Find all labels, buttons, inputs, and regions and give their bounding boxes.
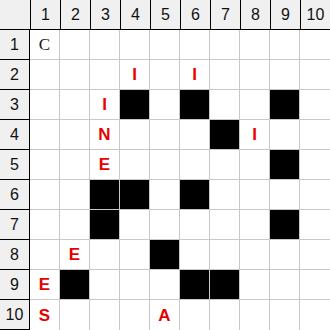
cell-r9c5[interactable] — [150, 270, 180, 300]
cell-r3c6 — [180, 90, 210, 120]
cell-r6c3 — [90, 180, 120, 210]
cell-r10c7[interactable] — [210, 300, 240, 330]
col-header-8: 8 — [240, 0, 270, 30]
cell-r7c2[interactable] — [60, 210, 90, 240]
cell-r5c9 — [270, 150, 300, 180]
cell-r2c5[interactable] — [150, 60, 180, 90]
cell-letter: A — [158, 307, 170, 324]
cell-r9c4[interactable] — [120, 270, 150, 300]
cell-r6c10[interactable] — [300, 180, 330, 210]
cell-r8c2[interactable]: E — [60, 240, 90, 270]
row-header-3: 3 — [0, 90, 30, 120]
cell-r7c3 — [90, 210, 120, 240]
cell-r2c10[interactable] — [300, 60, 330, 90]
cell-r3c10[interactable] — [300, 90, 330, 120]
col-header-6: 6 — [180, 0, 210, 30]
cell-r4c4[interactable] — [120, 120, 150, 150]
cell-r1c8[interactable] — [240, 30, 270, 60]
cell-r1c7[interactable] — [210, 30, 240, 60]
cell-r8c8[interactable] — [240, 240, 270, 270]
cell-letter: I — [192, 66, 197, 83]
cell-r10c8[interactable] — [240, 300, 270, 330]
row-header-8: 8 — [0, 240, 30, 270]
cell-r2c2[interactable] — [60, 60, 90, 90]
cell-r4c6[interactable] — [180, 120, 210, 150]
cell-r3c8[interactable] — [240, 90, 270, 120]
corner-cell — [0, 0, 30, 30]
cell-r6c4 — [120, 180, 150, 210]
col-header-9: 9 — [270, 0, 300, 30]
cell-r1c5[interactable] — [150, 30, 180, 60]
cell-r3c4 — [120, 90, 150, 120]
cell-letter: N — [98, 126, 110, 143]
cell-r4c7 — [210, 120, 240, 150]
crossword-grid: 123456789101C2II3I4NI5E678E9E10SA — [0, 0, 330, 330]
cell-r5c6[interactable] — [180, 150, 210, 180]
cell-r1c1[interactable]: C — [30, 30, 60, 60]
cell-r2c4[interactable]: I — [120, 60, 150, 90]
cell-r9c10[interactable] — [300, 270, 330, 300]
cell-r9c6 — [180, 270, 210, 300]
cell-r1c10[interactable] — [300, 30, 330, 60]
col-header-5: 5 — [150, 0, 180, 30]
cell-r7c1[interactable] — [30, 210, 60, 240]
cell-r10c3[interactable] — [90, 300, 120, 330]
cell-r2c9[interactable] — [270, 60, 300, 90]
row-header-2: 2 — [0, 60, 30, 90]
cell-r1c6[interactable] — [180, 30, 210, 60]
cell-r8c10[interactable] — [300, 240, 330, 270]
cell-r4c2[interactable] — [60, 120, 90, 150]
cell-r10c2[interactable] — [60, 300, 90, 330]
cell-r4c3[interactable]: N — [90, 120, 120, 150]
cell-r3c9 — [270, 90, 300, 120]
cell-r10c10[interactable] — [300, 300, 330, 330]
cell-letter: I — [132, 66, 137, 83]
cell-r2c6[interactable]: I — [180, 60, 210, 90]
cell-r6c8[interactable] — [240, 180, 270, 210]
cell-r6c2[interactable] — [60, 180, 90, 210]
cell-r5c8[interactable] — [240, 150, 270, 180]
cell-letter: E — [99, 156, 110, 173]
cell-letter: S — [39, 307, 50, 324]
cell-r2c3[interactable] — [90, 60, 120, 90]
cell-r3c7[interactable] — [210, 90, 240, 120]
cell-r5c2[interactable] — [60, 150, 90, 180]
cell-r8c9[interactable] — [270, 240, 300, 270]
row-header-10: 10 — [0, 300, 30, 330]
cell-letter: I — [252, 126, 257, 143]
col-header-4: 4 — [120, 0, 150, 30]
cell-r4c8[interactable]: I — [240, 120, 270, 150]
cell-r1c9[interactable] — [270, 30, 300, 60]
cell-r10c6[interactable] — [180, 300, 210, 330]
row-header-4: 4 — [0, 120, 30, 150]
col-header-7: 7 — [210, 0, 240, 30]
cell-r10c1[interactable]: S — [30, 300, 60, 330]
cell-r9c7 — [210, 270, 240, 300]
cell-r1c4[interactable] — [120, 30, 150, 60]
cell-r7c9 — [270, 210, 300, 240]
cell-r9c2 — [60, 270, 90, 300]
cell-r2c8[interactable] — [240, 60, 270, 90]
cell-r8c6[interactable] — [180, 240, 210, 270]
cell-r10c9[interactable] — [270, 300, 300, 330]
cell-r3c2[interactable] — [60, 90, 90, 120]
col-header-1: 1 — [30, 0, 60, 30]
cell-r4c9[interactable] — [270, 120, 300, 150]
cell-r2c7[interactable] — [210, 60, 240, 90]
cell-r7c6[interactable] — [180, 210, 210, 240]
cell-letter: C — [39, 36, 50, 53]
cell-r7c10[interactable] — [300, 210, 330, 240]
col-header-10: 10 — [300, 0, 330, 30]
cell-r4c10[interactable] — [300, 120, 330, 150]
cell-letter: E — [69, 246, 80, 263]
cell-r8c5 — [150, 240, 180, 270]
cell-r6c9[interactable] — [270, 180, 300, 210]
col-header-3: 3 — [90, 0, 120, 30]
cell-r6c6 — [180, 180, 210, 210]
cell-r1c3[interactable] — [90, 30, 120, 60]
row-header-5: 5 — [0, 150, 30, 180]
cell-r9c1[interactable]: E — [30, 270, 60, 300]
cell-r8c4[interactable] — [120, 240, 150, 270]
cell-r3c5[interactable] — [150, 90, 180, 120]
cell-r8c1[interactable] — [30, 240, 60, 270]
cell-r7c5[interactable] — [150, 210, 180, 240]
cell-r5c10[interactable] — [300, 150, 330, 180]
cell-r8c3[interactable] — [90, 240, 120, 270]
cell-r7c8[interactable] — [240, 210, 270, 240]
row-header-9: 9 — [0, 270, 30, 300]
cell-r5c1[interactable] — [30, 150, 60, 180]
cell-r9c3[interactable] — [90, 270, 120, 300]
cell-letter: I — [102, 96, 107, 113]
cell-r9c8[interactable] — [240, 270, 270, 300]
cell-r8c7[interactable] — [210, 240, 240, 270]
cell-r10c4[interactable] — [120, 300, 150, 330]
cell-r1c2[interactable] — [60, 30, 90, 60]
cell-r2c1[interactable] — [30, 60, 60, 90]
row-header-7: 7 — [0, 210, 30, 240]
col-header-2: 2 — [60, 0, 90, 30]
cell-r4c5[interactable] — [150, 120, 180, 150]
cell-r5c3[interactable]: E — [90, 150, 120, 180]
cell-r10c5[interactable]: A — [150, 300, 180, 330]
cell-r7c7[interactable] — [210, 210, 240, 240]
row-header-1: 1 — [0, 30, 30, 60]
row-header-6: 6 — [0, 180, 30, 210]
cell-r5c7[interactable] — [210, 150, 240, 180]
cell-r6c5[interactable] — [150, 180, 180, 210]
cell-r5c4[interactable] — [120, 150, 150, 180]
cell-r4c1[interactable] — [30, 120, 60, 150]
cell-r5c5[interactable] — [150, 150, 180, 180]
cell-r6c1[interactable] — [30, 180, 60, 210]
cell-r3c3[interactable]: I — [90, 90, 120, 120]
cell-r3c1[interactable] — [30, 90, 60, 120]
cell-r6c7[interactable] — [210, 180, 240, 210]
cell-r9c9[interactable] — [270, 270, 300, 300]
cell-letter: E — [39, 276, 50, 293]
cell-r7c4[interactable] — [120, 210, 150, 240]
